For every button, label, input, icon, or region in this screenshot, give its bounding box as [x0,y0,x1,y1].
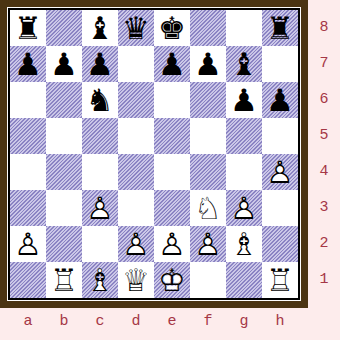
file-label-e: e [154,309,190,335]
square-a8[interactable]: ♜ [10,10,46,46]
white-rook: ♖ [262,262,298,298]
square-d5[interactable] [118,118,154,154]
black-bishop: ♝ [226,46,262,82]
square-c4[interactable] [82,154,118,190]
square-d3[interactable] [118,190,154,226]
rank-label-7: 7 [309,46,339,82]
rank-label-1: 1 [309,262,339,298]
square-h8[interactable]: ♜ [262,10,298,46]
square-g5[interactable] [226,118,262,154]
square-f5[interactable] [190,118,226,154]
square-g4[interactable] [226,154,262,190]
square-b8[interactable] [46,10,82,46]
white-queen: ♕ [118,262,154,298]
square-e6[interactable] [154,82,190,118]
file-label-d: d [118,309,154,335]
file-label-a: a [10,309,46,335]
rank-labels: 87654321 [309,10,339,298]
black-king: ♚ [154,10,190,46]
square-b2[interactable] [46,226,82,262]
square-a7[interactable]: ♟ [10,46,46,82]
square-a4[interactable] [10,154,46,190]
square-d2[interactable]: ♟♙ [118,226,154,262]
rank-label-4: 4 [309,154,339,190]
white-pawn: ♙ [10,226,46,262]
square-a3[interactable] [10,190,46,226]
black-pawn: ♟ [10,46,46,82]
black-queen: ♛ [118,10,154,46]
file-label-c: c [82,309,118,335]
white-pawn: ♙ [118,226,154,262]
square-a2[interactable]: ♟♙ [10,226,46,262]
black-rook: ♜ [262,10,298,46]
white-bishop: ♗ [226,226,262,262]
square-d6[interactable] [118,82,154,118]
square-a6[interactable] [10,82,46,118]
square-e7[interactable]: ♟ [154,46,190,82]
square-g7[interactable]: ♝ [226,46,262,82]
square-b3[interactable] [46,190,82,226]
square-a1[interactable] [10,262,46,298]
square-d8[interactable]: ♛ [118,10,154,46]
square-f7[interactable]: ♟ [190,46,226,82]
rank-label-2: 2 [309,226,339,262]
square-c8[interactable]: ♝ [82,10,118,46]
black-rook: ♜ [10,10,46,46]
square-c3[interactable]: ♟♙ [82,190,118,226]
white-pawn: ♙ [154,226,190,262]
black-knight: ♞ [82,82,118,118]
file-label-h: h [262,309,298,335]
square-h6[interactable]: ♟ [262,82,298,118]
board-frame: ♜♝♛♚♜♟♟♟♟♟♝♞♟♟♟♙♟♙♞♘♟♙♟♙♟♙♟♙♟♙♝♗♜♖♝♗♛♕♚♔… [0,0,308,308]
square-e5[interactable] [154,118,190,154]
square-f2[interactable]: ♟♙ [190,226,226,262]
black-pawn: ♟ [226,82,262,118]
square-e1[interactable]: ♚♔ [154,262,190,298]
black-pawn: ♟ [262,82,298,118]
square-d4[interactable] [118,154,154,190]
board-frame-black-line: ♜♝♛♚♜♟♟♟♟♟♝♞♟♟♟♙♟♙♞♘♟♙♟♙♟♙♟♙♟♙♝♗♜♖♝♗♛♕♚♔… [8,8,300,300]
file-label-g: g [226,309,262,335]
square-h1[interactable]: ♜♖ [262,262,298,298]
square-c2[interactable] [82,226,118,262]
square-c6[interactable]: ♞ [82,82,118,118]
square-e8[interactable]: ♚ [154,10,190,46]
black-bishop: ♝ [82,10,118,46]
square-c1[interactable]: ♝♗ [82,262,118,298]
square-h2[interactable] [262,226,298,262]
square-h7[interactable] [262,46,298,82]
white-rook: ♖ [46,262,82,298]
square-b7[interactable]: ♟ [46,46,82,82]
square-g8[interactable] [226,10,262,46]
file-label-f: f [190,309,226,335]
square-h5[interactable] [262,118,298,154]
square-b5[interactable] [46,118,82,154]
white-bishop: ♗ [82,262,118,298]
white-knight: ♘ [190,190,226,226]
square-e2[interactable]: ♟♙ [154,226,190,262]
square-g1[interactable] [226,262,262,298]
square-d7[interactable] [118,46,154,82]
square-f8[interactable] [190,10,226,46]
black-pawn: ♟ [82,46,118,82]
black-pawn: ♟ [190,46,226,82]
file-label-b: b [46,309,82,335]
white-pawn: ♙ [82,190,118,226]
black-pawn: ♟ [46,46,82,82]
board-frame-white-line: ♜♝♛♚♜♟♟♟♟♟♝♞♟♟♟♙♟♙♞♘♟♙♟♙♟♙♟♙♟♙♝♗♜♖♝♗♛♕♚♔… [7,7,301,301]
square-h3[interactable] [262,190,298,226]
square-f1[interactable] [190,262,226,298]
rank-label-6: 6 [309,82,339,118]
chess-board: ♜♝♛♚♜♟♟♟♟♟♝♞♟♟♟♙♟♙♞♘♟♙♟♙♟♙♟♙♟♙♝♗♜♖♝♗♛♕♚♔… [10,10,298,298]
square-f4[interactable] [190,154,226,190]
square-c5[interactable] [82,118,118,154]
square-b6[interactable] [46,82,82,118]
square-b1[interactable]: ♜♖ [46,262,82,298]
square-g6[interactable]: ♟ [226,82,262,118]
white-pawn: ♙ [262,154,298,190]
square-g3[interactable]: ♟♙ [226,190,262,226]
square-b4[interactable] [46,154,82,190]
square-g2[interactable]: ♝♗ [226,226,262,262]
rank-label-3: 3 [309,190,339,226]
square-e4[interactable] [154,154,190,190]
white-king: ♔ [154,262,190,298]
square-f3[interactable]: ♞♘ [190,190,226,226]
square-f6[interactable] [190,82,226,118]
white-pawn: ♙ [226,190,262,226]
black-pawn: ♟ [154,46,190,82]
square-h4[interactable]: ♟♙ [262,154,298,190]
square-a5[interactable] [10,118,46,154]
rank-label-5: 5 [309,118,339,154]
rank-label-8: 8 [309,10,339,46]
white-pawn: ♙ [190,226,226,262]
square-c7[interactable]: ♟ [82,46,118,82]
square-d1[interactable]: ♛♕ [118,262,154,298]
file-labels: abcdefgh [10,309,298,335]
square-e3[interactable] [154,190,190,226]
